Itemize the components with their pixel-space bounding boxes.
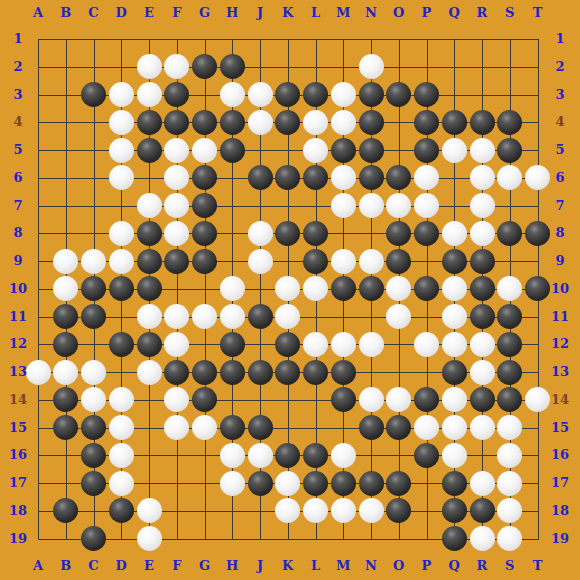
black-stone (442, 360, 467, 385)
white-stone (53, 249, 78, 274)
black-stone (137, 221, 162, 246)
white-stone (137, 360, 162, 385)
white-stone (109, 221, 134, 246)
white-stone (442, 276, 467, 301)
column-label-bottom: J (246, 558, 274, 574)
black-stone (109, 498, 134, 523)
black-stone (470, 276, 495, 301)
row-label-left: 10 (4, 281, 32, 297)
column-label-top: T (524, 5, 552, 21)
black-stone (81, 526, 106, 551)
black-stone (359, 165, 384, 190)
black-stone (109, 276, 134, 301)
white-stone (470, 360, 495, 385)
black-stone (137, 332, 162, 357)
row-label-right: 4 (546, 114, 574, 130)
row-label-right: 18 (546, 503, 574, 519)
white-stone (53, 360, 78, 385)
column-label-bottom: G (191, 558, 219, 574)
black-stone (442, 110, 467, 135)
column-label-top: K (274, 5, 302, 21)
black-stone (303, 443, 328, 468)
white-stone (220, 82, 245, 107)
column-label-bottom: D (107, 558, 135, 574)
black-stone (137, 276, 162, 301)
white-stone (109, 387, 134, 412)
black-stone (81, 82, 106, 107)
black-stone (497, 332, 522, 357)
white-stone (442, 304, 467, 329)
white-stone (81, 360, 106, 385)
black-stone (220, 332, 245, 357)
column-label-top: L (302, 5, 330, 21)
column-label-bottom: A (24, 558, 52, 574)
row-label-right: 14 (546, 392, 574, 408)
white-stone (442, 387, 467, 412)
white-stone (497, 526, 522, 551)
column-label-bottom: F (163, 558, 191, 574)
black-stone (414, 110, 439, 135)
white-stone (164, 221, 189, 246)
row-label-right: 11 (546, 309, 574, 325)
row-label-left: 3 (4, 87, 32, 103)
white-stone (414, 415, 439, 440)
white-stone (137, 54, 162, 79)
row-label-right: 12 (546, 336, 574, 352)
column-label-bottom: O (385, 558, 413, 574)
black-stone (275, 360, 300, 385)
black-stone (81, 415, 106, 440)
column-label-top: Q (440, 5, 468, 21)
black-stone (164, 249, 189, 274)
black-stone (442, 526, 467, 551)
black-stone (192, 110, 217, 135)
black-stone (275, 443, 300, 468)
black-stone (442, 249, 467, 274)
column-label-top: O (385, 5, 413, 21)
black-stone (248, 304, 273, 329)
white-stone (359, 193, 384, 218)
column-label-top: D (107, 5, 135, 21)
white-stone (109, 443, 134, 468)
white-stone (331, 249, 356, 274)
black-stone (275, 221, 300, 246)
column-label-top: P (413, 5, 441, 21)
white-stone (248, 110, 273, 135)
column-label-top: G (191, 5, 219, 21)
black-stone (81, 304, 106, 329)
black-stone (220, 360, 245, 385)
black-stone (414, 221, 439, 246)
black-stone (137, 138, 162, 163)
row-label-right: 7 (546, 198, 574, 214)
row-label-left: 18 (4, 503, 32, 519)
black-stone (386, 221, 411, 246)
black-stone (53, 332, 78, 357)
white-stone (109, 415, 134, 440)
black-stone (331, 138, 356, 163)
black-stone (81, 443, 106, 468)
row-label-left: 14 (4, 392, 32, 408)
white-stone (331, 498, 356, 523)
black-stone (81, 471, 106, 496)
white-stone (248, 249, 273, 274)
black-stone (497, 110, 522, 135)
row-label-right: 5 (546, 142, 574, 158)
black-stone (137, 249, 162, 274)
black-stone (331, 471, 356, 496)
black-stone (497, 360, 522, 385)
white-stone (137, 82, 162, 107)
white-stone (303, 332, 328, 357)
row-label-right: 16 (546, 447, 574, 463)
white-stone (220, 443, 245, 468)
black-stone (331, 276, 356, 301)
white-stone (220, 304, 245, 329)
row-label-right: 9 (546, 253, 574, 269)
white-stone (414, 193, 439, 218)
white-stone (137, 304, 162, 329)
white-stone (470, 332, 495, 357)
black-stone (303, 82, 328, 107)
black-stone (470, 110, 495, 135)
black-stone (275, 332, 300, 357)
black-stone (220, 110, 245, 135)
black-stone (303, 249, 328, 274)
white-stone (331, 165, 356, 190)
white-stone (414, 332, 439, 357)
column-label-top: H (218, 5, 246, 21)
row-label-right: 17 (546, 475, 574, 491)
black-stone (220, 138, 245, 163)
black-stone (359, 276, 384, 301)
white-stone (109, 138, 134, 163)
row-label-left: 7 (4, 198, 32, 214)
black-stone (359, 415, 384, 440)
row-label-left: 16 (4, 447, 32, 463)
white-stone (192, 415, 217, 440)
black-stone (497, 221, 522, 246)
row-label-left: 12 (4, 336, 32, 352)
row-label-left: 19 (4, 531, 32, 547)
white-stone (359, 498, 384, 523)
row-label-left: 2 (4, 59, 32, 75)
column-label-bottom: S (496, 558, 524, 574)
column-label-top: B (52, 5, 80, 21)
row-label-right: 2 (546, 59, 574, 75)
column-label-top: E (135, 5, 163, 21)
white-stone (81, 249, 106, 274)
column-label-top: M (329, 5, 357, 21)
column-label-bottom: B (52, 558, 80, 574)
white-stone (359, 387, 384, 412)
white-stone (470, 138, 495, 163)
row-label-right: 1 (546, 31, 574, 47)
black-stone (414, 443, 439, 468)
black-stone (497, 138, 522, 163)
black-stone (470, 387, 495, 412)
column-label-top: C (80, 5, 108, 21)
white-stone (331, 332, 356, 357)
black-stone (220, 415, 245, 440)
row-label-left: 6 (4, 170, 32, 186)
white-stone (109, 165, 134, 190)
row-label-left: 1 (4, 31, 32, 47)
black-stone (414, 82, 439, 107)
column-label-bottom: Q (440, 558, 468, 574)
row-label-right: 15 (546, 420, 574, 436)
row-label-left: 13 (4, 364, 32, 380)
black-stone (470, 304, 495, 329)
white-stone (192, 304, 217, 329)
black-stone (192, 221, 217, 246)
black-stone (220, 54, 245, 79)
black-stone (359, 82, 384, 107)
row-label-right: 8 (546, 225, 574, 241)
column-label-bottom: N (357, 558, 385, 574)
white-stone (331, 110, 356, 135)
black-stone (303, 360, 328, 385)
column-label-top: R (468, 5, 496, 21)
row-label-left: 15 (4, 420, 32, 436)
row-label-right: 10 (546, 281, 574, 297)
white-stone (137, 498, 162, 523)
white-stone (470, 471, 495, 496)
black-stone (442, 471, 467, 496)
black-stone (414, 138, 439, 163)
black-stone (137, 110, 162, 135)
white-stone (331, 193, 356, 218)
black-stone (331, 360, 356, 385)
black-stone (386, 249, 411, 274)
white-stone (248, 221, 273, 246)
column-label-bottom: M (329, 558, 357, 574)
column-label-top: N (357, 5, 385, 21)
black-stone (331, 387, 356, 412)
white-stone (442, 332, 467, 357)
column-label-top: A (24, 5, 52, 21)
row-label-right: 6 (546, 170, 574, 186)
column-label-bottom: E (135, 558, 163, 574)
black-stone (248, 471, 273, 496)
black-stone (248, 415, 273, 440)
white-stone (248, 82, 273, 107)
row-label-left: 4 (4, 114, 32, 130)
white-stone (331, 443, 356, 468)
white-stone (359, 332, 384, 357)
white-stone (470, 221, 495, 246)
white-stone (470, 415, 495, 440)
white-stone (248, 443, 273, 468)
white-stone (220, 471, 245, 496)
black-stone (192, 360, 217, 385)
black-stone (164, 360, 189, 385)
column-label-bottom: H (218, 558, 246, 574)
column-label-top: J (246, 5, 274, 21)
black-stone (109, 332, 134, 357)
white-stone (137, 526, 162, 551)
white-stone (470, 193, 495, 218)
white-stone (303, 110, 328, 135)
white-stone (331, 82, 356, 107)
black-stone (359, 471, 384, 496)
white-stone (497, 443, 522, 468)
column-label-bottom: P (413, 558, 441, 574)
white-stone (442, 415, 467, 440)
black-stone (192, 249, 217, 274)
black-stone (359, 138, 384, 163)
black-stone (359, 110, 384, 135)
white-stone (109, 82, 134, 107)
white-stone (109, 110, 134, 135)
row-label-left: 17 (4, 475, 32, 491)
row-label-left: 8 (4, 225, 32, 241)
column-label-bottom: T (524, 558, 552, 574)
black-stone (303, 471, 328, 496)
black-stone (386, 471, 411, 496)
column-label-top: S (496, 5, 524, 21)
white-stone (220, 276, 245, 301)
column-label-top: F (163, 5, 191, 21)
white-stone (442, 221, 467, 246)
white-stone (470, 526, 495, 551)
row-label-left: 5 (4, 142, 32, 158)
black-stone (192, 193, 217, 218)
white-stone (359, 54, 384, 79)
row-label-left: 9 (4, 253, 32, 269)
white-stone (275, 471, 300, 496)
black-stone (303, 221, 328, 246)
white-stone (164, 138, 189, 163)
white-stone (442, 138, 467, 163)
column-label-bottom: C (80, 558, 108, 574)
white-stone (359, 249, 384, 274)
row-label-right: 3 (546, 87, 574, 103)
column-label-bottom: L (302, 558, 330, 574)
row-label-right: 19 (546, 531, 574, 547)
white-stone (303, 138, 328, 163)
white-stone (470, 165, 495, 190)
black-stone (248, 360, 273, 385)
black-stone (248, 165, 273, 190)
white-stone (192, 138, 217, 163)
white-stone (497, 471, 522, 496)
row-label-left: 11 (4, 309, 32, 325)
black-stone (470, 249, 495, 274)
white-stone (137, 193, 162, 218)
black-stone (275, 110, 300, 135)
black-stone (470, 498, 495, 523)
column-label-bottom: K (274, 558, 302, 574)
column-label-bottom: R (468, 558, 496, 574)
go-board-app: AABBCCDDEEFFGGHHJJKKLLMMNNOOPPQQRRSSTT11… (0, 0, 580, 580)
white-stone (442, 443, 467, 468)
black-stone (442, 498, 467, 523)
white-stone (164, 332, 189, 357)
row-label-right: 13 (546, 364, 574, 380)
black-stone (164, 110, 189, 135)
white-stone (109, 249, 134, 274)
white-stone (109, 471, 134, 496)
